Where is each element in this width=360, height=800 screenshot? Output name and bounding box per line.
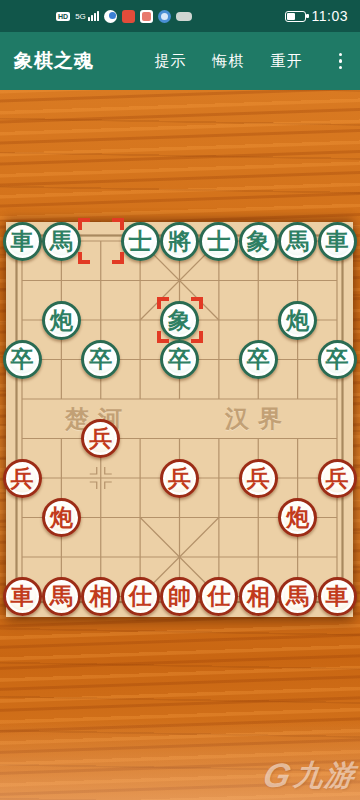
piece-red-chariot[interactable]: 車	[3, 577, 42, 616]
piece-red-soldier[interactable]: 兵	[239, 459, 278, 498]
piece-black-chariot[interactable]: 車	[3, 222, 42, 261]
piece-red-elephant[interactable]: 相	[81, 577, 120, 616]
piece-red-chariot[interactable]: 車	[318, 577, 357, 616]
piece-black-soldier[interactable]: 卒	[318, 340, 357, 379]
watermark: G 九游	[264, 758, 356, 792]
river-label-right: 汉界	[225, 403, 291, 435]
piece-red-soldier[interactable]: 兵	[81, 419, 120, 458]
piece-black-horse[interactable]: 馬	[42, 222, 81, 261]
status-right: 11:03	[285, 8, 349, 24]
watermark-text: 九游	[292, 761, 357, 790]
status-bar: HD 5G 11:03	[0, 0, 360, 32]
hd-icon: HD	[56, 12, 70, 21]
board-grid	[6, 222, 353, 617]
piece-black-cannon[interactable]: 炮	[278, 301, 317, 340]
piece-black-chariot[interactable]: 車	[318, 222, 357, 261]
overflow-menu-icon[interactable]	[335, 49, 347, 74]
app-bar-actions: 提示 悔棋 重开	[155, 49, 347, 74]
network-label: 5G	[75, 13, 86, 21]
piece-black-soldier[interactable]: 卒	[81, 340, 120, 379]
piece-black-advisor[interactable]: 士	[121, 222, 160, 261]
battery-icon	[285, 11, 306, 22]
status-icons: HD 5G	[56, 10, 192, 23]
piece-black-advisor[interactable]: 士	[199, 222, 238, 261]
piece-black-horse[interactable]: 馬	[278, 222, 317, 261]
signal-icon: 5G	[75, 11, 99, 21]
phone-screen: HD 5G 11:03 象棋之魂 提示 悔棋 重开 G	[0, 0, 360, 800]
nine-game-logo-icon: G	[260, 758, 294, 792]
camera-app-icon	[104, 10, 117, 23]
piece-red-soldier[interactable]: 兵	[160, 459, 199, 498]
piece-black-cannon[interactable]: 炮	[42, 301, 81, 340]
piece-red-soldier[interactable]: 兵	[3, 459, 42, 498]
hint-button[interactable]: 提示	[155, 52, 187, 71]
piece-black-elephant[interactable]: 象	[160, 301, 199, 340]
browser-app-icon	[158, 10, 171, 23]
piece-black-elephant[interactable]: 象	[239, 222, 278, 261]
notification-pill-icon	[176, 12, 192, 21]
app-title: 象棋之魂	[14, 48, 94, 74]
piece-red-horse[interactable]: 馬	[42, 577, 81, 616]
piece-black-general[interactable]: 將	[160, 222, 199, 261]
restart-button[interactable]: 重开	[271, 52, 303, 71]
piece-black-soldier[interactable]: 卒	[160, 340, 199, 379]
piece-red-cannon[interactable]: 炮	[42, 498, 81, 537]
clock-text: 11:03	[312, 8, 349, 24]
undo-move-button[interactable]: 悔棋	[213, 52, 245, 71]
notification-app-icon	[122, 10, 135, 23]
piece-black-soldier[interactable]: 卒	[239, 340, 278, 379]
piece-red-soldier[interactable]: 兵	[318, 459, 357, 498]
piece-red-cannon[interactable]: 炮	[278, 498, 317, 537]
xiangqi-board[interactable]: 楚河 汉界 車馬士將士象馬車炮象炮卒卒卒卒卒兵兵兵兵兵炮炮車馬相仕帥仕相馬車	[6, 222, 353, 617]
piece-red-elephant[interactable]: 相	[239, 577, 278, 616]
piece-red-advisor[interactable]: 仕	[121, 577, 160, 616]
piece-black-soldier[interactable]: 卒	[3, 340, 42, 379]
piece-red-horse[interactable]: 馬	[278, 577, 317, 616]
piece-red-general[interactable]: 帥	[160, 577, 199, 616]
notification-app-icon	[140, 10, 153, 23]
signal-bars-icon	[88, 11, 99, 21]
app-bar: 象棋之魂 提示 悔棋 重开	[0, 32, 360, 90]
